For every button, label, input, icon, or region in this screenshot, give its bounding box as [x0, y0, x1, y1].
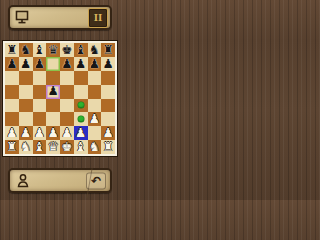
black-pawn: ♟: [48, 85, 59, 98]
white-queen: ♛: [48, 140, 59, 153]
black-knight: ♞: [20, 43, 31, 56]
square-g2[interactable]: [88, 126, 102, 140]
white-pawn: ♟: [103, 126, 114, 139]
square-g4[interactable]: [88, 99, 102, 113]
square-d8[interactable]: ♛: [46, 43, 60, 57]
square-g1[interactable]: ♞: [88, 140, 102, 154]
white-knight: ♞: [20, 140, 31, 153]
square-a1[interactable]: ♜: [5, 140, 19, 154]
square-h2[interactable]: ♟: [101, 126, 115, 140]
square-h1[interactable]: ♜: [101, 140, 115, 154]
square-h7[interactable]: ♟: [101, 57, 115, 71]
white-king: ♚: [61, 140, 72, 153]
legal-move-dot[interactable]: [78, 102, 84, 108]
square-f6[interactable]: [74, 71, 88, 85]
square-d1[interactable]: ♛: [46, 140, 60, 154]
square-c1[interactable]: ♝: [33, 140, 47, 154]
black-pawn: ♟: [75, 57, 86, 70]
square-h3[interactable]: [101, 112, 115, 126]
square-c3[interactable]: [33, 112, 47, 126]
square-c5[interactable]: [33, 85, 47, 99]
square-a6[interactable]: [5, 71, 19, 85]
computer-monitor-icon: [15, 10, 31, 25]
black-king: ♚: [61, 43, 72, 56]
square-f8[interactable]: ♝: [74, 43, 88, 57]
black-pawn: ♟: [6, 57, 17, 70]
square-c6[interactable]: [33, 71, 47, 85]
player-bar: ↶: [8, 168, 112, 193]
square-e1[interactable]: ♚: [60, 140, 74, 154]
square-h5[interactable]: [101, 85, 115, 99]
black-rook: ♜: [103, 43, 114, 56]
legal-move-dot[interactable]: [78, 116, 84, 122]
square-d6[interactable]: [46, 71, 60, 85]
square-f2[interactable]: ♟: [74, 126, 88, 140]
square-e6[interactable]: [60, 71, 74, 85]
square-e4[interactable]: [60, 99, 74, 113]
square-g3[interactable]: ♟: [88, 112, 102, 126]
opponent-bar: II: [8, 5, 112, 30]
square-d5[interactable]: ♟: [46, 85, 60, 99]
square-d7[interactable]: [46, 57, 60, 71]
square-g7[interactable]: ♟: [88, 57, 102, 71]
undo-button[interactable]: ↶: [86, 172, 106, 189]
white-pawn: ♟: [61, 126, 72, 139]
square-h8[interactable]: ♜: [101, 43, 115, 57]
black-knight: ♞: [89, 43, 100, 56]
square-f4[interactable]: [74, 99, 88, 113]
square-h4[interactable]: [101, 99, 115, 113]
square-c7[interactable]: ♟: [33, 57, 47, 71]
square-a5[interactable]: [5, 85, 19, 99]
square-b3[interactable]: [19, 112, 33, 126]
square-a7[interactable]: ♟: [5, 57, 19, 71]
square-d3[interactable]: [46, 112, 60, 126]
square-a4[interactable]: [5, 99, 19, 113]
difficulty-level-button[interactable]: II: [88, 8, 108, 28]
square-d2[interactable]: ♟: [46, 126, 60, 140]
white-bishop: ♝: [34, 140, 45, 153]
square-e2[interactable]: ♟: [60, 126, 74, 140]
square-c4[interactable]: [33, 99, 47, 113]
square-c2[interactable]: ♟: [33, 126, 47, 140]
square-e8[interactable]: ♚: [60, 43, 74, 57]
white-pawn: ♟: [20, 126, 31, 139]
square-g5[interactable]: [88, 85, 102, 99]
square-h6[interactable]: [101, 71, 115, 85]
square-d4[interactable]: [46, 99, 60, 113]
square-b4[interactable]: [19, 99, 33, 113]
square-f7[interactable]: ♟: [74, 57, 88, 71]
white-rook: ♜: [103, 140, 114, 153]
square-b2[interactable]: ♟: [19, 126, 33, 140]
black-pawn: ♟: [34, 57, 45, 70]
square-b5[interactable]: [19, 85, 33, 99]
square-f3[interactable]: [74, 112, 88, 126]
square-b1[interactable]: ♞: [19, 140, 33, 154]
square-a3[interactable]: [5, 112, 19, 126]
white-bishop: ♝: [75, 140, 86, 153]
square-e3[interactable]: [60, 112, 74, 126]
white-pawn: ♟: [48, 126, 59, 139]
white-pawn: ♟: [34, 126, 45, 139]
black-pawn: ♟: [20, 57, 31, 70]
black-pawn: ♟: [103, 57, 114, 70]
black-rook: ♜: [6, 43, 17, 56]
square-a2[interactable]: ♟: [5, 126, 19, 140]
white-pawn: ♟: [6, 126, 17, 139]
black-bishop: ♝: [34, 43, 45, 56]
square-g8[interactable]: ♞: [88, 43, 102, 57]
black-pawn: ♟: [89, 57, 100, 70]
chess-board: ♜♞♝♛♚♝♞♜♟♟♟♟♟♟♟♟♟♟♟♟♟♟♟♟♜♞♝♛♚♝♞♜: [3, 41, 117, 156]
white-pawn: ♟: [75, 126, 86, 139]
white-pawn: ♟: [89, 113, 100, 126]
square-f1[interactable]: ♝: [74, 140, 88, 154]
white-knight: ♞: [89, 140, 100, 153]
square-f5[interactable]: [74, 85, 88, 99]
square-b7[interactable]: ♟: [19, 57, 33, 71]
human-player-icon: [16, 173, 30, 189]
square-c8[interactable]: ♝: [33, 43, 47, 57]
square-e5[interactable]: [60, 85, 74, 99]
square-b6[interactable]: [19, 71, 33, 85]
white-rook: ♜: [6, 140, 17, 153]
black-pawn: ♟: [61, 57, 72, 70]
square-g6[interactable]: [88, 71, 102, 85]
square-a8[interactable]: ♜: [5, 43, 19, 57]
square-e7[interactable]: ♟: [60, 57, 74, 71]
black-bishop: ♝: [75, 43, 86, 56]
square-b8[interactable]: ♞: [19, 43, 33, 57]
black-queen: ♛: [48, 43, 59, 56]
